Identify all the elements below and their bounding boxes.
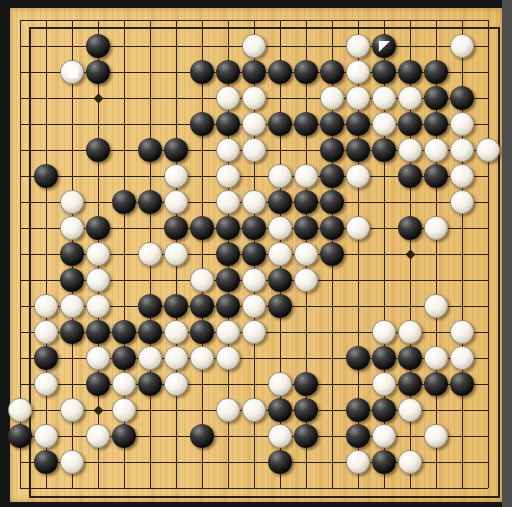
black-stone[interactable] (320, 216, 344, 240)
black-stone[interactable] (398, 346, 422, 370)
square-marker-icon (68, 68, 78, 78)
black-stone[interactable] (320, 112, 344, 136)
black-stone[interactable] (294, 398, 318, 422)
white-stone[interactable] (398, 398, 422, 422)
white-stone[interactable] (34, 294, 58, 318)
go-board[interactable] (10, 8, 502, 502)
black-stone[interactable] (268, 60, 292, 84)
white-stone[interactable] (450, 346, 474, 370)
white-stone[interactable] (372, 86, 396, 110)
black-stone[interactable] (112, 424, 136, 448)
white-stone[interactable] (242, 398, 266, 422)
white-stone[interactable] (60, 294, 84, 318)
black-stone[interactable] (424, 372, 448, 396)
black-stone[interactable] (398, 112, 422, 136)
black-stone[interactable] (268, 398, 292, 422)
black-stone[interactable] (216, 60, 240, 84)
white-stone[interactable] (164, 346, 188, 370)
triangle-marker-icon (376, 38, 392, 54)
black-stone[interactable] (268, 112, 292, 136)
white-stone[interactable] (112, 398, 136, 422)
white-stone[interactable] (242, 320, 266, 344)
white-stone[interactable] (450, 34, 474, 58)
white-stone[interactable] (164, 372, 188, 396)
white-stone[interactable] (216, 164, 240, 188)
black-stone[interactable] (346, 138, 370, 162)
black-stone[interactable] (86, 320, 110, 344)
black-stone[interactable] (424, 86, 448, 110)
white-stone[interactable] (424, 346, 448, 370)
black-stone[interactable] (294, 60, 318, 84)
black-stone[interactable] (320, 164, 344, 188)
white-stone[interactable] (190, 346, 214, 370)
black-stone[interactable] (60, 320, 84, 344)
white-stone[interactable] (346, 34, 370, 58)
white-stone[interactable] (190, 268, 214, 292)
white-stone[interactable] (138, 242, 162, 266)
black-stone[interactable] (320, 60, 344, 84)
black-stone[interactable] (268, 294, 292, 318)
white-stone[interactable] (450, 190, 474, 214)
white-stone[interactable] (450, 320, 474, 344)
white-stone[interactable] (398, 450, 422, 474)
black-stone[interactable] (346, 398, 370, 422)
white-stone[interactable] (398, 138, 422, 162)
white-stone[interactable] (164, 164, 188, 188)
black-stone[interactable] (424, 112, 448, 136)
black-stone[interactable] (398, 60, 422, 84)
white-stone[interactable] (268, 372, 292, 396)
white-stone[interactable] (216, 320, 240, 344)
black-stone[interactable] (398, 164, 422, 188)
black-stone[interactable] (372, 398, 396, 422)
white-stone[interactable] (216, 190, 240, 214)
black-stone[interactable] (86, 34, 110, 58)
black-stone[interactable] (294, 372, 318, 396)
go-app-screen (0, 0, 512, 507)
white-stone[interactable] (8, 398, 32, 422)
black-stone[interactable] (450, 86, 474, 110)
white-stone[interactable] (268, 242, 292, 266)
black-stone[interactable] (242, 60, 266, 84)
white-stone[interactable] (60, 216, 84, 240)
white-stone[interactable] (450, 138, 474, 162)
white-stone[interactable] (242, 190, 266, 214)
white-stone[interactable] (346, 216, 370, 240)
white-stone[interactable] (346, 60, 370, 84)
black-stone[interactable] (138, 294, 162, 318)
black-stone[interactable] (112, 190, 136, 214)
white-stone[interactable] (164, 190, 188, 214)
white-stone[interactable] (450, 112, 474, 136)
black-stone[interactable] (242, 216, 266, 240)
white-stone[interactable] (242, 86, 266, 110)
black-stone[interactable] (294, 190, 318, 214)
white-stone[interactable] (216, 346, 240, 370)
black-stone[interactable] (346, 424, 370, 448)
black-stone[interactable] (138, 320, 162, 344)
black-stone[interactable] (60, 268, 84, 292)
black-stone[interactable] (34, 346, 58, 370)
black-stone[interactable] (320, 138, 344, 162)
white-stone[interactable] (138, 346, 162, 370)
white-stone[interactable] (268, 424, 292, 448)
white-stone[interactable] (294, 164, 318, 188)
white-stone[interactable] (216, 138, 240, 162)
white-stone[interactable] (60, 190, 84, 214)
black-stone[interactable] (112, 346, 136, 370)
white-stone[interactable] (86, 346, 110, 370)
black-stone[interactable] (372, 450, 396, 474)
white-stone[interactable] (294, 268, 318, 292)
white-stone[interactable] (372, 424, 396, 448)
white-stone[interactable] (424, 424, 448, 448)
black-stone[interactable] (164, 216, 188, 240)
white-stone[interactable] (372, 372, 396, 396)
black-stone[interactable] (164, 294, 188, 318)
black-stone[interactable] (216, 242, 240, 266)
black-stone[interactable] (268, 450, 292, 474)
black-stone[interactable] (268, 268, 292, 292)
grid-line-horizontal (20, 488, 488, 489)
white-stone[interactable] (34, 320, 58, 344)
white-stone[interactable] (346, 86, 370, 110)
black-stone[interactable] (86, 372, 110, 396)
black-stone[interactable] (372, 34, 396, 58)
white-stone[interactable] (60, 450, 84, 474)
black-stone[interactable] (138, 138, 162, 162)
white-stone[interactable] (372, 320, 396, 344)
black-stone[interactable] (450, 372, 474, 396)
black-stone[interactable] (86, 60, 110, 84)
black-stone[interactable] (320, 190, 344, 214)
white-stone[interactable] (372, 112, 396, 136)
white-stone[interactable] (242, 138, 266, 162)
black-stone[interactable] (294, 216, 318, 240)
white-stone[interactable] (242, 294, 266, 318)
black-stone[interactable] (216, 294, 240, 318)
black-stone[interactable] (372, 346, 396, 370)
black-stone[interactable] (138, 190, 162, 214)
black-stone[interactable] (372, 60, 396, 84)
white-stone[interactable] (424, 294, 448, 318)
black-stone[interactable] (190, 424, 214, 448)
white-stone[interactable] (294, 242, 318, 266)
white-stone[interactable] (242, 112, 266, 136)
white-stone[interactable] (216, 398, 240, 422)
black-stone[interactable] (34, 450, 58, 474)
black-stone[interactable] (190, 60, 214, 84)
black-stone[interactable] (8, 424, 32, 448)
white-stone[interactable] (476, 138, 500, 162)
black-stone[interactable] (268, 190, 292, 214)
white-stone[interactable] (164, 320, 188, 344)
black-stone[interactable] (294, 424, 318, 448)
black-stone[interactable] (112, 320, 136, 344)
black-stone[interactable] (216, 216, 240, 240)
white-stone[interactable] (60, 60, 84, 84)
black-stone[interactable] (60, 242, 84, 266)
white-stone[interactable] (242, 34, 266, 58)
white-stone[interactable] (216, 86, 240, 110)
black-stone[interactable] (346, 346, 370, 370)
black-stone[interactable] (34, 164, 58, 188)
white-stone[interactable] (268, 164, 292, 188)
black-stone[interactable] (86, 216, 110, 240)
black-stone[interactable] (372, 138, 396, 162)
black-stone[interactable] (164, 138, 188, 162)
white-stone[interactable] (86, 242, 110, 266)
white-stone[interactable] (86, 424, 110, 448)
white-stone[interactable] (320, 86, 344, 110)
white-stone[interactable] (34, 424, 58, 448)
white-stone[interactable] (424, 138, 448, 162)
black-stone[interactable] (138, 372, 162, 396)
black-stone[interactable] (294, 112, 318, 136)
black-stone[interactable] (190, 294, 214, 318)
white-stone[interactable] (164, 242, 188, 266)
white-stone[interactable] (346, 164, 370, 188)
white-stone[interactable] (34, 372, 58, 396)
black-stone[interactable] (190, 216, 214, 240)
black-stone[interactable] (346, 112, 370, 136)
black-stone[interactable] (398, 372, 422, 396)
black-stone[interactable] (242, 242, 266, 266)
black-stone[interactable] (86, 138, 110, 162)
white-stone[interactable] (398, 320, 422, 344)
black-stone[interactable] (190, 320, 214, 344)
white-stone[interactable] (86, 268, 110, 292)
white-stone[interactable] (450, 164, 474, 188)
grid-line-vertical (488, 20, 489, 488)
black-stone[interactable] (190, 112, 214, 136)
black-stone[interactable] (398, 216, 422, 240)
black-stone[interactable] (216, 268, 240, 292)
black-stone[interactable] (424, 60, 448, 84)
white-stone[interactable] (60, 398, 84, 422)
white-stone[interactable] (86, 294, 110, 318)
white-stone[interactable] (346, 450, 370, 474)
black-stone[interactable] (320, 242, 344, 266)
window-edge-strip (502, 0, 512, 507)
white-stone[interactable] (398, 86, 422, 110)
white-stone[interactable] (242, 268, 266, 292)
white-stone[interactable] (268, 216, 292, 240)
black-stone[interactable] (216, 112, 240, 136)
black-stone[interactable] (424, 164, 448, 188)
white-stone[interactable] (424, 216, 448, 240)
white-stone[interactable] (112, 372, 136, 396)
